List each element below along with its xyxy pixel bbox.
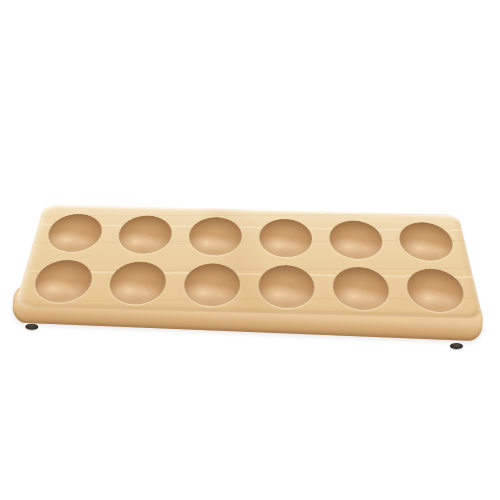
pit-B6[interactable] (404, 268, 468, 312)
pit-grid (14, 204, 483, 318)
pit-A3[interactable] (187, 217, 242, 256)
pit-B2[interactable] (106, 261, 168, 305)
pit-B5[interactable] (331, 266, 391, 310)
pit-B1[interactable] (30, 259, 96, 303)
pit-B4[interactable] (258, 265, 315, 309)
board-top-wrap (14, 204, 483, 318)
pit-A5[interactable] (328, 220, 385, 260)
mancala-board (0, 0, 500, 500)
product-photo-scene (0, 0, 500, 500)
board-foot-right (450, 343, 463, 349)
pit-A2[interactable] (115, 215, 173, 254)
pit-A4[interactable] (259, 218, 313, 257)
pit-B3[interactable] (182, 263, 241, 307)
board-top-surface (14, 204, 483, 318)
pit-A1[interactable] (44, 213, 106, 252)
pit-A6[interactable] (397, 222, 457, 262)
board-foot-left (25, 324, 38, 330)
